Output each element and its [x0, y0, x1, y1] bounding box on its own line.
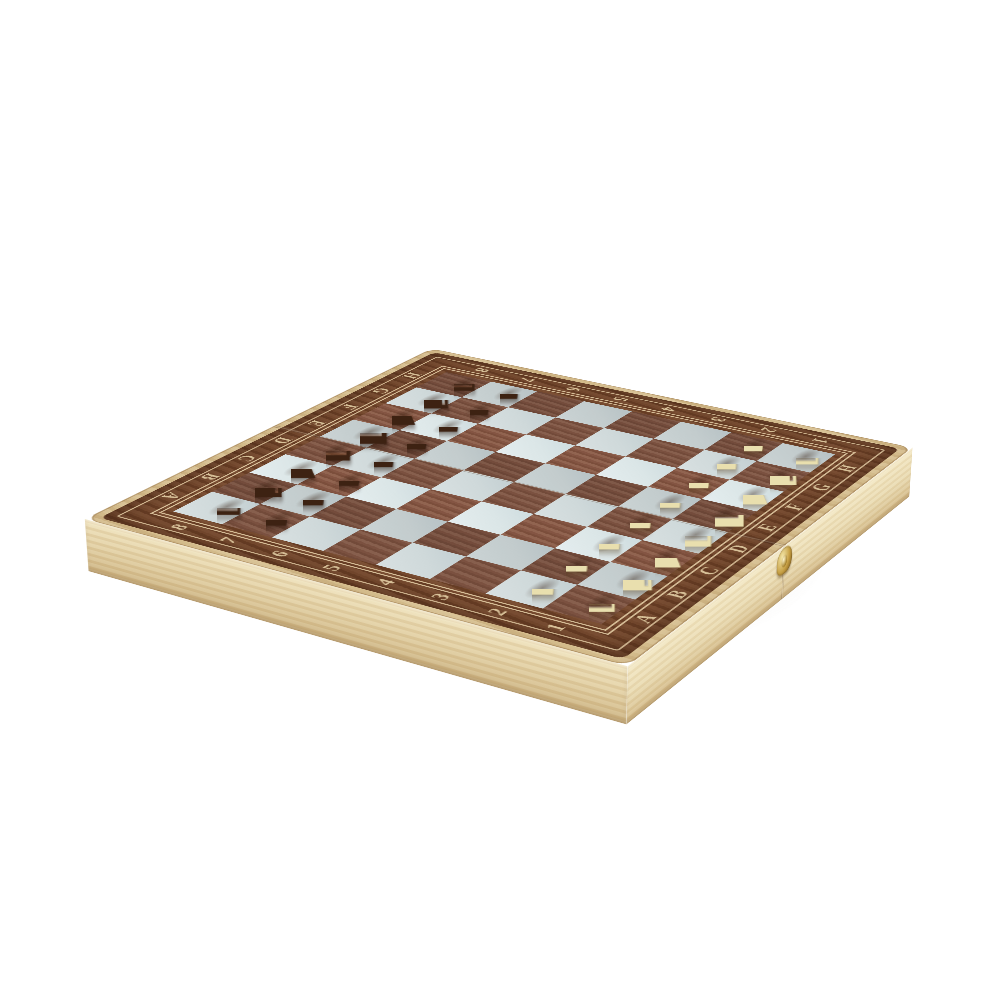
product-photo: Opened folding wooden chess box with woo… [0, 0, 1000, 1000]
chess-box: 8877665544332211AABBCCDDEEFFGGHH ♜♞♝♛♚♝♞… [85, 348, 913, 666]
